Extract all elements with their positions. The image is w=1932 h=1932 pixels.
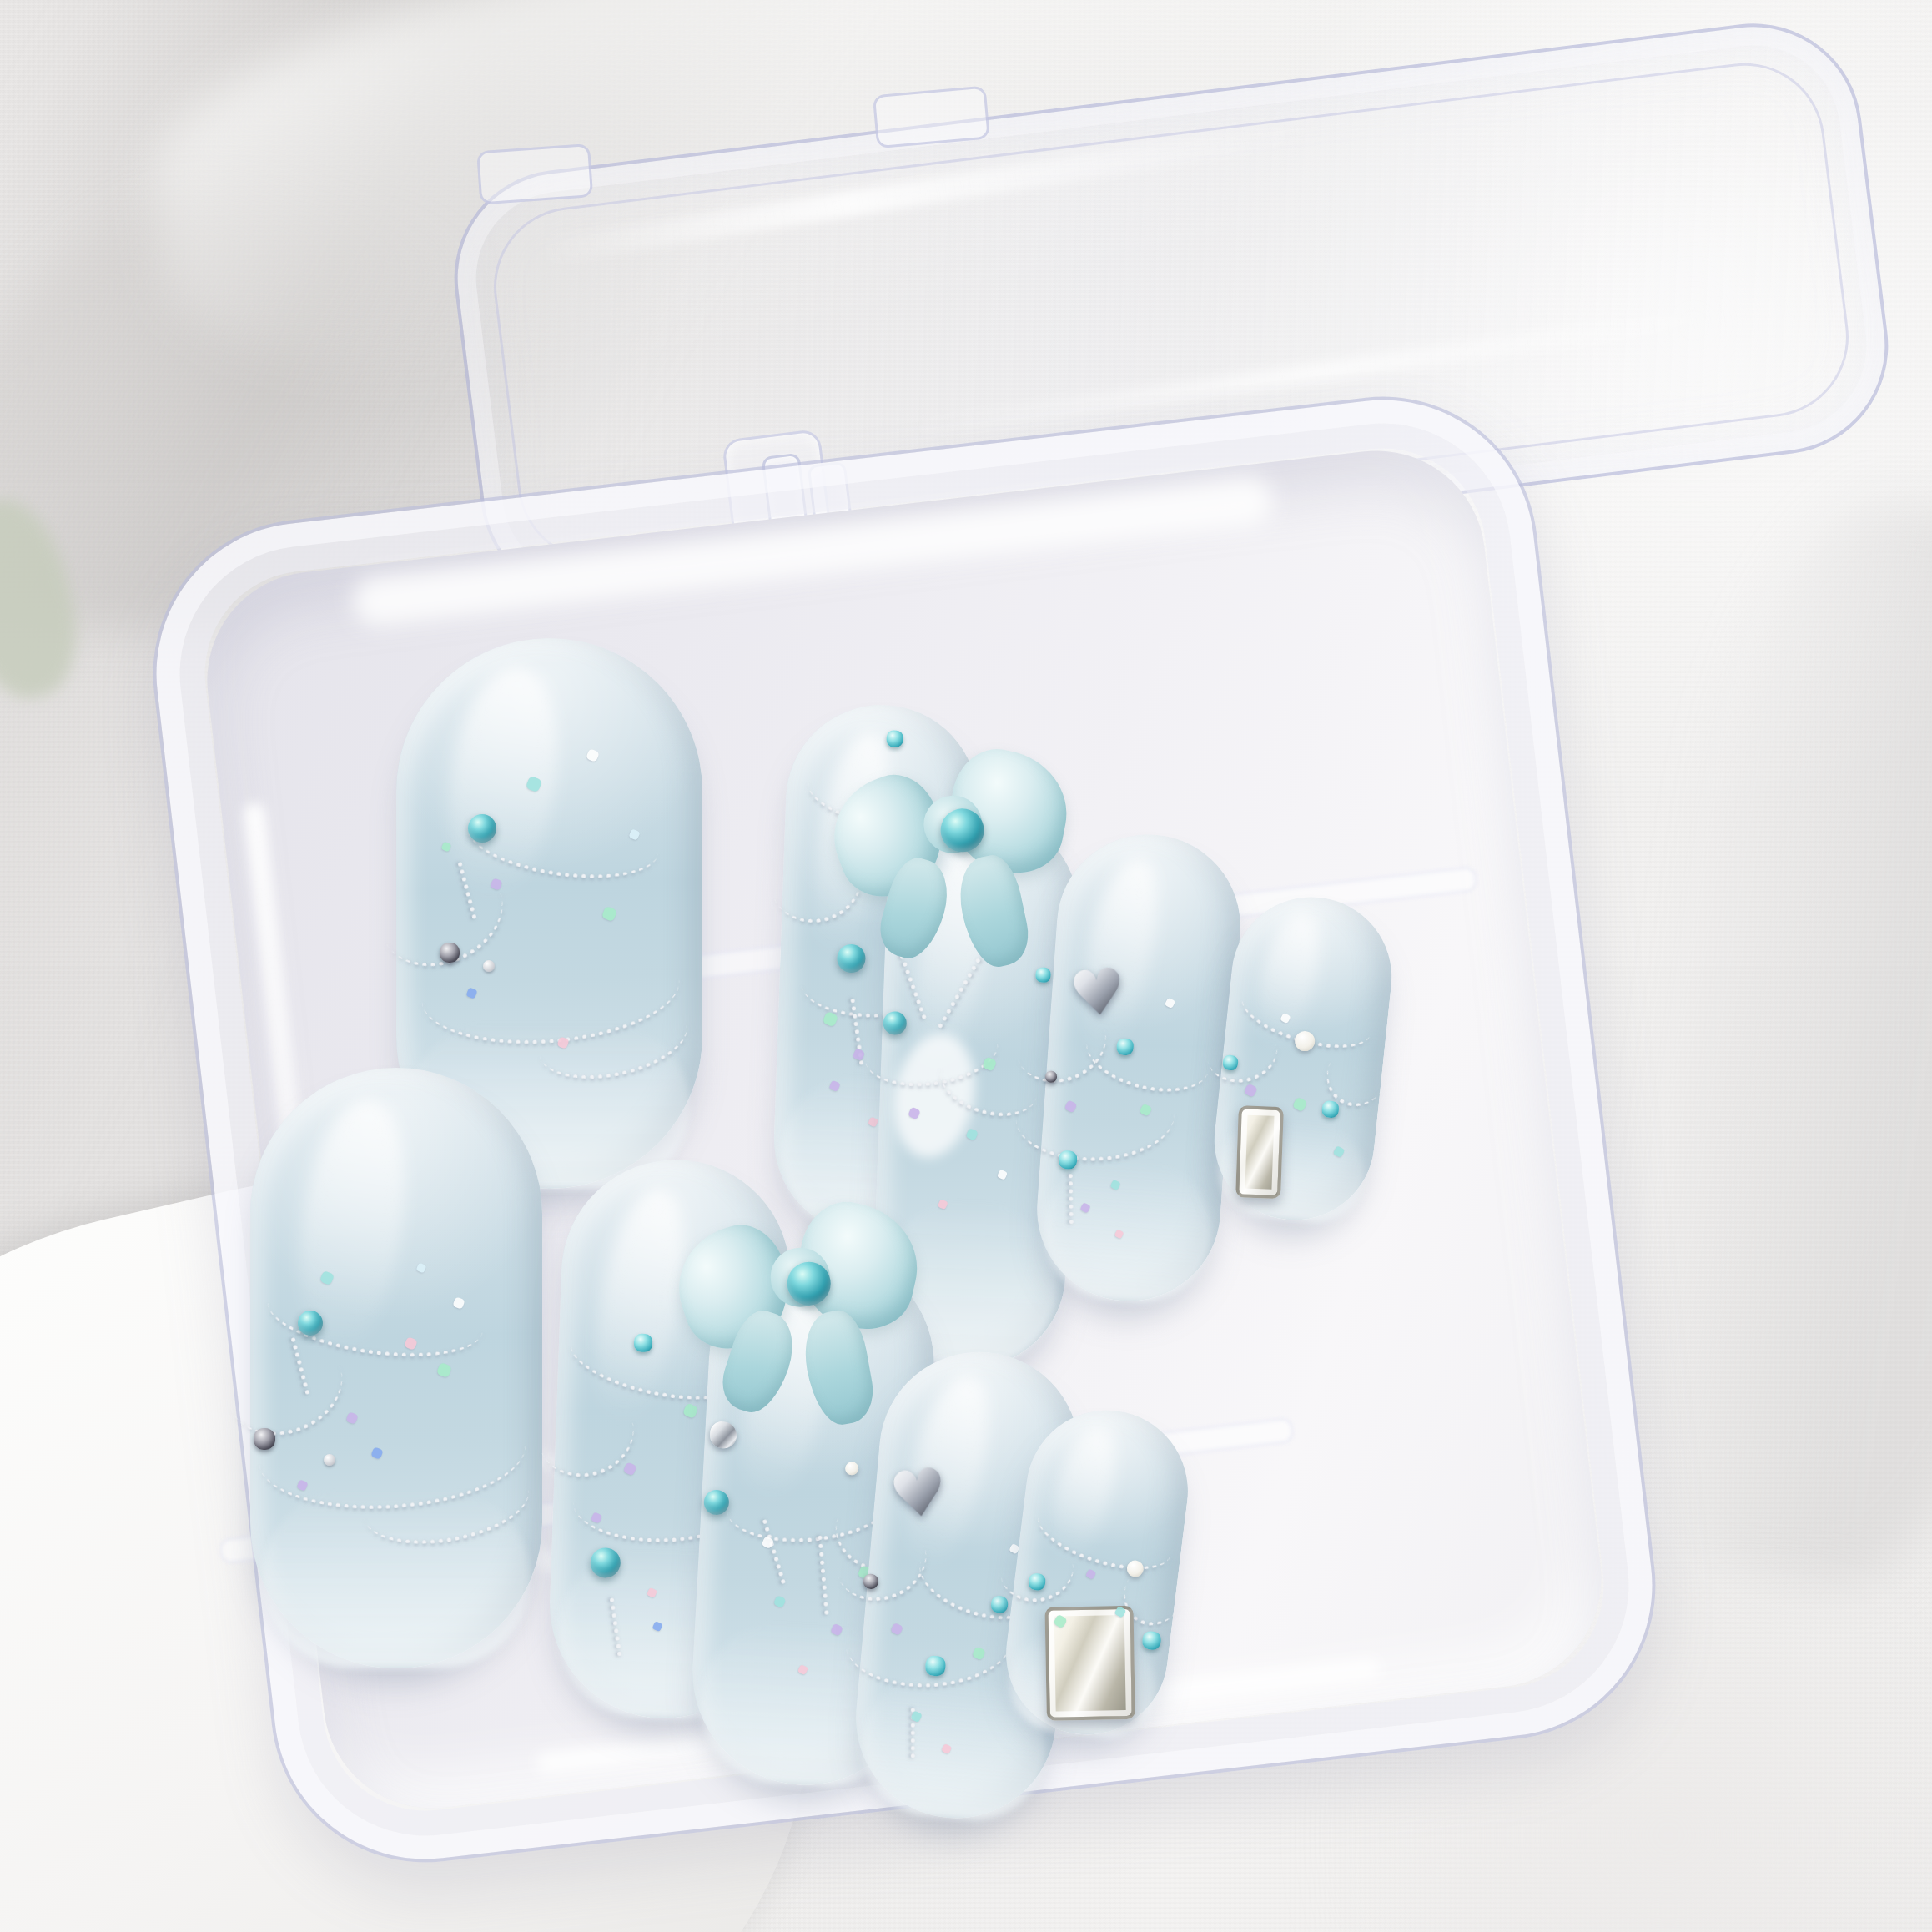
- silver-bead: [324, 1454, 335, 1466]
- teal-rhinestone: [1116, 1038, 1134, 1055]
- teal-rhinestone: [634, 1333, 653, 1352]
- photo-scene: ♥♥: [0, 0, 1932, 1932]
- bow-center-teal-gem: [787, 1261, 831, 1305]
- teal-rhinestone: [1058, 1150, 1077, 1170]
- silver-heart-gem: ♥: [886, 1458, 952, 1530]
- nail-set: ♥♥: [0, 0, 1932, 1932]
- baguette-crystal-gem: [1235, 1105, 1284, 1199]
- smoky-silver-gem: [440, 943, 460, 963]
- teal-rhinestone: [1035, 967, 1051, 983]
- nail-5: [1206, 889, 1400, 1228]
- bow-center-teal-gem: [939, 808, 984, 853]
- silver-bead: [483, 960, 495, 972]
- teal-cabochon-gem: [298, 1311, 323, 1336]
- bead-chain-dangle: [1069, 1174, 1074, 1224]
- teal-cabochon-gem: [468, 814, 496, 843]
- smoky-silver-gem: [254, 1428, 275, 1450]
- teal-rhinestone: [886, 730, 903, 747]
- blue-bow-charm: [835, 746, 1067, 945]
- nail-6: [250, 1068, 542, 1668]
- blue-bow-charm: [682, 1200, 912, 1396]
- silver-heart-gem: ♥: [1067, 958, 1130, 1028]
